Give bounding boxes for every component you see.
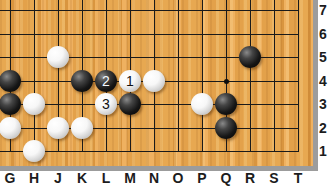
- coord-label-row-3: 3: [314, 97, 332, 111]
- stone-black-R5[interactable]: [239, 46, 261, 68]
- stone-white-G2[interactable]: [0, 117, 21, 139]
- coord-label-col-N: N: [143, 170, 165, 186]
- stone-black-Q3[interactable]: [215, 93, 237, 115]
- stone-white-J5[interactable]: [47, 46, 69, 68]
- stone-black-L4[interactable]: 2: [95, 70, 117, 92]
- stone-white-H1[interactable]: [23, 140, 45, 162]
- coord-label-row-1: 1: [314, 144, 332, 158]
- stone-black-K4[interactable]: [71, 70, 93, 92]
- stone-black-M3[interactable]: [119, 93, 141, 115]
- stone-white-H3[interactable]: [23, 93, 45, 115]
- coord-label-row-7: 7: [314, 3, 332, 17]
- coord-label-col-H: H: [23, 170, 45, 186]
- coord-label-col-G: G: [0, 170, 21, 186]
- stone-grid[interactable]: 213: [0, 0, 310, 163]
- stone-white-L3[interactable]: 3: [95, 93, 117, 115]
- coord-label-col-S: S: [263, 170, 285, 186]
- coord-label-col-L: L: [95, 170, 117, 186]
- stone-white-M4[interactable]: 1: [119, 70, 141, 92]
- move-number-label-2: 2: [102, 74, 110, 88]
- coord-label-row-6: 6: [314, 27, 332, 41]
- coord-label-col-P: P: [191, 170, 213, 186]
- go-board-screenshot: 213 GHJKLMNOPQRST 7654321: [0, 0, 332, 188]
- stone-white-P3[interactable]: [191, 93, 213, 115]
- coord-label-col-K: K: [71, 170, 93, 186]
- move-number-label-3: 3: [102, 97, 110, 111]
- stone-black-Q2[interactable]: [215, 117, 237, 139]
- coord-label-row-4: 4: [314, 74, 332, 88]
- coord-label-col-R: R: [239, 170, 261, 186]
- coord-label-col-T: T: [287, 170, 309, 186]
- coord-label-row-5: 5: [314, 50, 332, 64]
- coord-label-col-J: J: [47, 170, 69, 186]
- coord-label-col-O: O: [167, 170, 189, 186]
- stone-white-J2[interactable]: [47, 117, 69, 139]
- stone-black-G4[interactable]: [0, 70, 21, 92]
- stone-white-K2[interactable]: [71, 117, 93, 139]
- move-number-label-1: 1: [126, 74, 134, 88]
- coord-label-col-Q: Q: [215, 170, 237, 186]
- coord-label-col-M: M: [119, 170, 141, 186]
- stone-white-N4[interactable]: [143, 70, 165, 92]
- coord-label-row-2: 2: [314, 121, 332, 135]
- stone-black-G3[interactable]: [0, 93, 21, 115]
